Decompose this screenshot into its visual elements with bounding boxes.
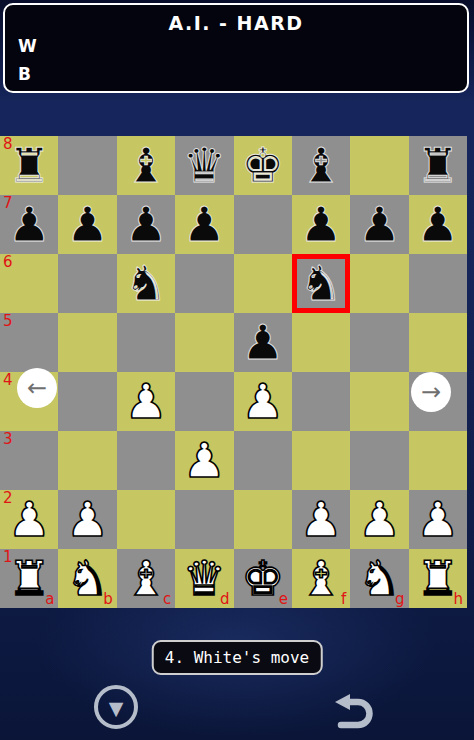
- file-label-f: f: [341, 592, 346, 607]
- undo-arrow-icon: [335, 694, 370, 725]
- square-g8[interactable]: [350, 136, 408, 195]
- square-f8[interactable]: ♝: [292, 136, 350, 195]
- square-d1[interactable]: d♛: [175, 549, 233, 608]
- file-label-g: g: [395, 592, 405, 607]
- white-knight-g1: ♞: [358, 554, 401, 602]
- square-e3[interactable]: [234, 431, 292, 490]
- rank-label-7: 7: [3, 196, 13, 211]
- square-b8[interactable]: [58, 136, 116, 195]
- square-a1[interactable]: 1a♜: [0, 549, 58, 608]
- white-moves-row-label: W: [18, 36, 38, 56]
- square-d8[interactable]: ♛: [175, 136, 233, 195]
- white-pawn-b2: ♟: [66, 495, 109, 543]
- square-b1[interactable]: b♞: [58, 549, 116, 608]
- white-rook-a1: ♜: [8, 554, 51, 602]
- square-a7[interactable]: 7♟: [0, 195, 58, 254]
- right-arrow-icon: →: [421, 380, 441, 404]
- square-f4[interactable]: [292, 372, 350, 431]
- square-c3[interactable]: [117, 431, 175, 490]
- white-queen-d1: ♛: [183, 554, 226, 602]
- move-list-panel: A.I. - HARD W B: [3, 3, 469, 93]
- rank-label-6: 6: [3, 255, 13, 270]
- square-g4[interactable]: [350, 372, 408, 431]
- square-b2[interactable]: ♟: [58, 490, 116, 549]
- square-a5[interactable]: 5: [0, 313, 58, 372]
- square-h2[interactable]: ♟: [409, 490, 467, 549]
- square-h3[interactable]: [409, 431, 467, 490]
- white-pawn-g2: ♟: [358, 495, 401, 543]
- square-a6[interactable]: 6: [0, 254, 58, 313]
- square-f7[interactable]: ♟: [292, 195, 350, 254]
- white-pawn-a2: ♟: [8, 495, 51, 543]
- rank-label-4: 4: [3, 373, 13, 388]
- white-knight-b1: ♞: [66, 554, 109, 602]
- square-e5[interactable]: ♟: [234, 313, 292, 372]
- black-queen-d8: ♛: [183, 141, 226, 189]
- file-label-e: e: [279, 592, 288, 607]
- square-d3[interactable]: ♟: [175, 431, 233, 490]
- black-moves-row-label: B: [18, 64, 32, 84]
- game-mode-title: A.I. - HARD: [5, 12, 467, 34]
- black-pawn-f7: ♟: [300, 200, 343, 248]
- black-pawn-d7: ♟: [183, 200, 226, 248]
- square-f1[interactable]: f♝: [292, 549, 350, 608]
- rank-label-1: 1: [3, 550, 13, 565]
- file-label-d: d: [220, 592, 230, 607]
- rank-label-3: 3: [3, 432, 13, 447]
- square-a2[interactable]: 2♟: [0, 490, 58, 549]
- square-b3[interactable]: [58, 431, 116, 490]
- white-pawn-h2: ♟: [416, 495, 459, 543]
- square-f5[interactable]: [292, 313, 350, 372]
- white-pawn-c4: ♟: [124, 377, 167, 425]
- square-c4[interactable]: ♟: [117, 372, 175, 431]
- white-pawn-d3: ♟: [183, 436, 226, 484]
- square-c7[interactable]: ♟: [117, 195, 175, 254]
- square-e1[interactable]: e♚: [234, 549, 292, 608]
- down-arrow-icon: ▼: [109, 699, 124, 718]
- square-h7[interactable]: ♟: [409, 195, 467, 254]
- square-h1[interactable]: h♜: [409, 549, 467, 608]
- black-pawn-h7: ♟: [416, 200, 459, 248]
- file-label-a: a: [45, 592, 54, 607]
- square-b4[interactable]: [58, 372, 116, 431]
- next-move-button[interactable]: →: [411, 372, 451, 412]
- square-f3[interactable]: [292, 431, 350, 490]
- black-rook-h8: ♜: [416, 141, 459, 189]
- hide-panel-button[interactable]: ▼: [94, 685, 138, 729]
- square-a3[interactable]: 3: [0, 431, 58, 490]
- black-pawn-a7: ♟: [8, 200, 51, 248]
- square-b5[interactable]: [58, 313, 116, 372]
- rank-label-2: 2: [3, 491, 13, 506]
- square-b7[interactable]: ♟: [58, 195, 116, 254]
- square-g2[interactable]: ♟: [350, 490, 408, 549]
- white-rook-h1: ♜: [416, 554, 459, 602]
- square-f6[interactable]: ♞: [292, 254, 350, 313]
- square-h8[interactable]: ♜: [409, 136, 467, 195]
- black-king-e8: ♚: [241, 141, 284, 189]
- square-d5[interactable]: [175, 313, 233, 372]
- white-king-e1: ♚: [241, 554, 284, 602]
- square-a8[interactable]: 8♜: [0, 136, 58, 195]
- black-pawn-e5: ♟: [241, 318, 284, 366]
- rank-label-5: 5: [3, 314, 13, 329]
- square-h6[interactable]: [409, 254, 467, 313]
- white-bishop-f1: ♝: [300, 554, 343, 602]
- prev-move-button[interactable]: ←: [17, 368, 57, 408]
- square-d6[interactable]: [175, 254, 233, 313]
- square-c8[interactable]: ♝: [117, 136, 175, 195]
- square-g7[interactable]: ♟: [350, 195, 408, 254]
- square-d7[interactable]: ♟: [175, 195, 233, 254]
- square-e2[interactable]: [234, 490, 292, 549]
- square-g3[interactable]: [350, 431, 408, 490]
- square-c5[interactable]: [117, 313, 175, 372]
- file-label-h: h: [453, 592, 463, 607]
- square-g6[interactable]: [350, 254, 408, 313]
- left-arrow-icon: ←: [27, 376, 47, 400]
- square-e6[interactable]: [234, 254, 292, 313]
- undo-move-button[interactable]: [331, 692, 379, 732]
- black-pawn-b7: ♟: [66, 200, 109, 248]
- black-pawn-c7: ♟: [124, 200, 167, 248]
- black-knight-f6: ♞: [300, 259, 343, 307]
- square-c2[interactable]: [117, 490, 175, 549]
- black-knight-c6: ♞: [124, 259, 167, 307]
- square-c1[interactable]: c♝: [117, 549, 175, 608]
- black-pawn-g7: ♟: [358, 200, 401, 248]
- black-bishop-f8: ♝: [300, 141, 343, 189]
- file-label-b: b: [103, 592, 113, 607]
- chess-board: 8♜♝♛♚♝♜7♟♟♟♟♟♟♟6♞♞5♟4♟♟3♟2♟♟♟♟♟1a♜b♞c♝d♛…: [0, 136, 467, 608]
- square-h5[interactable]: [409, 313, 467, 372]
- status-badge: 4. White's move: [152, 640, 323, 675]
- square-e8[interactable]: ♚: [234, 136, 292, 195]
- file-label-c: c: [163, 592, 171, 607]
- square-c6[interactable]: ♞: [117, 254, 175, 313]
- white-pawn-e4: ♟: [241, 377, 284, 425]
- black-rook-a8: ♜: [8, 141, 51, 189]
- black-bishop-c8: ♝: [124, 141, 167, 189]
- white-pawn-f2: ♟: [300, 495, 343, 543]
- square-g1[interactable]: g♞: [350, 549, 408, 608]
- square-e7[interactable]: [234, 195, 292, 254]
- square-f2[interactable]: ♟: [292, 490, 350, 549]
- square-d2[interactable]: [175, 490, 233, 549]
- square-e4[interactable]: ♟: [234, 372, 292, 431]
- rank-label-8: 8: [3, 137, 13, 152]
- square-d4[interactable]: [175, 372, 233, 431]
- square-b6[interactable]: [58, 254, 116, 313]
- white-bishop-c1: ♝: [124, 554, 167, 602]
- square-g5[interactable]: [350, 313, 408, 372]
